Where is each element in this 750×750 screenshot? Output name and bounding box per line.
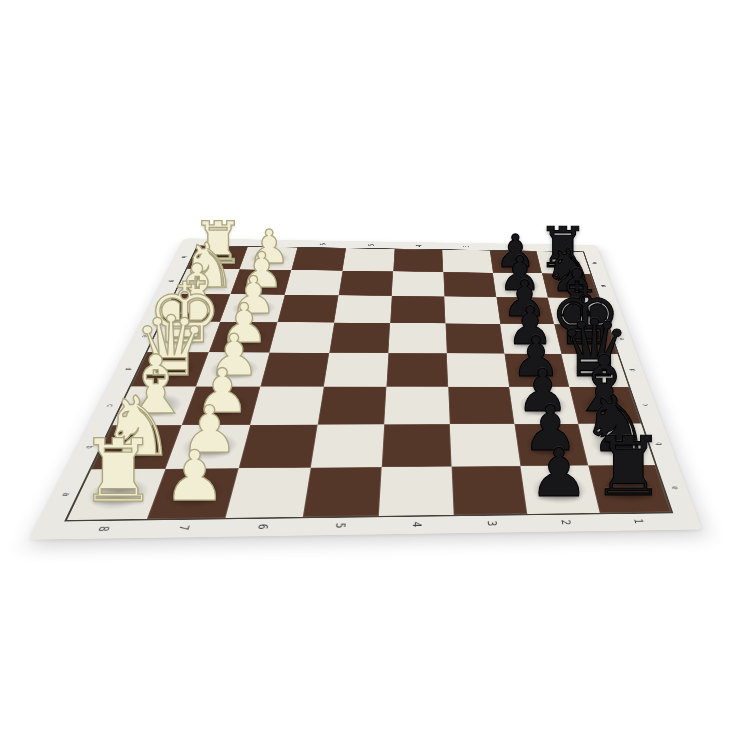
square-a3[interactable] [452, 466, 528, 515]
square-c4[interactable] [384, 387, 450, 425]
square-c5[interactable] [318, 387, 387, 425]
rank-label: 1 [632, 519, 645, 524]
square-f6[interactable] [277, 295, 338, 323]
square-g6[interactable] [285, 270, 343, 295]
square-d4[interactable] [386, 353, 448, 387]
square-d3[interactable] [447, 353, 509, 386]
square-e3[interactable] [445, 323, 504, 353]
rank-label: 4 [410, 522, 422, 528]
rank-label: 5 [333, 523, 346, 529]
rank-label: 3 [462, 245, 470, 247]
square-a6[interactable] [225, 468, 310, 518]
square-a4[interactable] [379, 467, 454, 516]
square-c6[interactable] [250, 387, 324, 425]
square-e5[interactable] [329, 323, 390, 353]
square-g5[interactable] [339, 271, 394, 296]
square-c3[interactable] [448, 387, 514, 424]
square-g4[interactable] [392, 271, 445, 296]
square-h3[interactable] [442, 250, 493, 273]
file-label: a [670, 486, 679, 490]
square-b6[interactable] [239, 425, 318, 469]
piece-black-rook-a1[interactable]: ♜ [592, 426, 666, 508]
square-g3[interactable] [443, 272, 496, 297]
rank-label: 2 [559, 520, 572, 525]
square-e4[interactable] [388, 323, 446, 353]
rank-label: 8 [95, 526, 110, 532]
square-f5[interactable] [334, 295, 392, 323]
rank-label: 5 [367, 244, 375, 246]
square-a5[interactable] [303, 467, 382, 517]
square-b3[interactable] [450, 424, 521, 467]
piece-black-pawn-a2[interactable]: ♟ [529, 440, 589, 507]
square-b4[interactable] [382, 424, 452, 467]
chess-set-photo: 8877665544332211hhggffeeddccbbaa ♜♞♝♛♚♝♞… [0, 0, 750, 750]
square-f3[interactable] [444, 296, 500, 323]
square-d6[interactable] [260, 353, 329, 387]
rank-label: 3 [485, 521, 497, 527]
rank-label: 7 [176, 525, 191, 531]
file-label: a [60, 492, 71, 496]
square-h4[interactable] [393, 249, 443, 272]
square-e6[interactable] [269, 322, 334, 353]
rank-label: 4 [415, 245, 423, 247]
square-b5[interactable] [311, 424, 384, 467]
square-h6[interactable] [291, 248, 346, 271]
piece-white-pawn-a7[interactable]: ♟ [163, 442, 225, 511]
rank-label: 6 [255, 524, 269, 530]
square-h5[interactable] [343, 248, 395, 271]
square-f4[interactable] [390, 296, 445, 324]
rank-label: 6 [318, 243, 326, 245]
piece-white-rook-a8[interactable]: ♜ [79, 428, 157, 515]
square-d5[interactable] [324, 353, 389, 387]
